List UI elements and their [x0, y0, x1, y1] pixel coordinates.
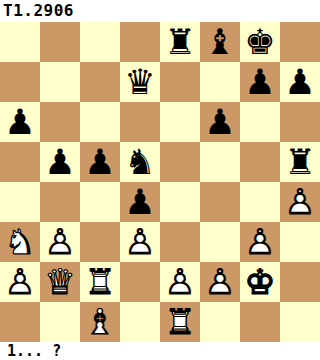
square-c1[interactable]: ♝♗ [80, 302, 120, 342]
square-e4[interactable] [160, 182, 200, 222]
square-g2[interactable]: ♚♔ [240, 262, 280, 302]
square-d7[interactable]: ♛ [120, 62, 160, 102]
square-g4[interactable] [240, 182, 280, 222]
piece-outline: ♙ [240, 222, 280, 262]
black-king-piece[interactable]: ♚ [240, 22, 280, 62]
square-f1[interactable] [200, 302, 240, 342]
square-e5[interactable] [160, 142, 200, 182]
square-a6[interactable]: ♟ [0, 102, 40, 142]
white-rook-piece[interactable]: ♜♖ [80, 262, 120, 302]
square-h1[interactable] [280, 302, 320, 342]
square-a8[interactable] [0, 22, 40, 62]
square-e6[interactable] [160, 102, 200, 142]
chess-board: ♜♝♚♛♟♟♟♟♟♟♞♜♟♟♙♞♘♟♙♟♙♟♙♟♙♛♕♜♖♟♙♟♙♚♔♝♗♜♖ [0, 22, 320, 342]
square-c5[interactable]: ♟ [80, 142, 120, 182]
black-pawn-piece[interactable]: ♟ [200, 102, 240, 142]
white-pawn-piece[interactable]: ♟♙ [240, 222, 280, 262]
puzzle-title: T1.2906 [0, 0, 320, 22]
square-f8[interactable]: ♝ [200, 22, 240, 62]
square-a3[interactable]: ♞♘ [0, 222, 40, 262]
square-d2[interactable] [120, 262, 160, 302]
square-b2[interactable]: ♛♕ [40, 262, 80, 302]
square-e8[interactable]: ♜ [160, 22, 200, 62]
square-d4[interactable]: ♟ [120, 182, 160, 222]
square-b6[interactable] [40, 102, 80, 142]
white-rook-piece[interactable]: ♜♖ [160, 302, 200, 342]
black-queen-piece[interactable]: ♛ [120, 62, 160, 102]
piece-outline: ♙ [280, 182, 320, 222]
square-d1[interactable] [120, 302, 160, 342]
square-d8[interactable] [120, 22, 160, 62]
square-a2[interactable]: ♟♙ [0, 262, 40, 302]
square-g3[interactable]: ♟♙ [240, 222, 280, 262]
black-pawn-piece[interactable]: ♟ [280, 62, 320, 102]
piece-outline: ♙ [40, 222, 80, 262]
square-b1[interactable] [40, 302, 80, 342]
square-h6[interactable] [280, 102, 320, 142]
black-pawn-piece[interactable]: ♟ [40, 142, 80, 182]
square-f6[interactable]: ♟ [200, 102, 240, 142]
black-pawn-piece[interactable]: ♟ [120, 182, 160, 222]
square-f3[interactable] [200, 222, 240, 262]
square-h3[interactable] [280, 222, 320, 262]
square-b4[interactable] [40, 182, 80, 222]
square-e1[interactable]: ♜♖ [160, 302, 200, 342]
square-f2[interactable]: ♟♙ [200, 262, 240, 302]
move-prompt: 1... ? [0, 342, 320, 360]
piece-outline: ♙ [160, 262, 200, 302]
white-king-piece[interactable]: ♚♔ [240, 262, 280, 302]
square-c3[interactable] [80, 222, 120, 262]
square-h5[interactable]: ♜ [280, 142, 320, 182]
square-g1[interactable] [240, 302, 280, 342]
black-pawn-piece[interactable]: ♟ [0, 102, 40, 142]
white-pawn-piece[interactable]: ♟♙ [40, 222, 80, 262]
black-rook-piece[interactable]: ♜ [280, 142, 320, 182]
square-b5[interactable]: ♟ [40, 142, 80, 182]
square-d3[interactable]: ♟♙ [120, 222, 160, 262]
square-g8[interactable]: ♚ [240, 22, 280, 62]
square-d6[interactable] [120, 102, 160, 142]
black-pawn-piece[interactable]: ♟ [240, 62, 280, 102]
white-pawn-piece[interactable]: ♟♙ [200, 262, 240, 302]
square-h8[interactable] [280, 22, 320, 62]
piece-outline: ♖ [80, 262, 120, 302]
piece-outline: ♗ [80, 302, 120, 342]
piece-outline: ♙ [120, 222, 160, 262]
piece-outline: ♘ [0, 222, 40, 262]
white-queen-piece[interactable]: ♛♕ [40, 262, 80, 302]
white-pawn-piece[interactable]: ♟♙ [160, 262, 200, 302]
piece-outline: ♕ [40, 262, 80, 302]
piece-outline: ♙ [200, 262, 240, 302]
square-c6[interactable] [80, 102, 120, 142]
puzzle-page: T1.2906 ♜♝♚♛♟♟♟♟♟♟♞♜♟♟♙♞♘♟♙♟♙♟♙♟♙♛♕♜♖♟♙♟… [0, 0, 320, 360]
square-g7[interactable]: ♟ [240, 62, 280, 102]
square-e3[interactable] [160, 222, 200, 262]
square-c7[interactable] [80, 62, 120, 102]
square-g5[interactable] [240, 142, 280, 182]
black-knight-piece[interactable]: ♞ [120, 142, 160, 182]
square-f7[interactable] [200, 62, 240, 102]
piece-outline: ♔ [240, 262, 280, 302]
square-b7[interactable] [40, 62, 80, 102]
black-rook-piece[interactable]: ♜ [160, 22, 200, 62]
square-a5[interactable] [0, 142, 40, 182]
square-d5[interactable]: ♞ [120, 142, 160, 182]
white-pawn-piece[interactable]: ♟♙ [280, 182, 320, 222]
square-h2[interactable] [280, 262, 320, 302]
white-pawn-piece[interactable]: ♟♙ [120, 222, 160, 262]
square-b3[interactable]: ♟♙ [40, 222, 80, 262]
white-bishop-piece[interactable]: ♝♗ [80, 302, 120, 342]
square-h7[interactable]: ♟ [280, 62, 320, 102]
square-e7[interactable] [160, 62, 200, 102]
black-pawn-piece[interactable]: ♟ [80, 142, 120, 182]
piece-outline: ♙ [0, 262, 40, 302]
square-a1[interactable] [0, 302, 40, 342]
piece-outline: ♖ [160, 302, 200, 342]
square-b8[interactable] [40, 22, 80, 62]
black-bishop-piece[interactable]: ♝ [200, 22, 240, 62]
square-a7[interactable] [0, 62, 40, 102]
square-g6[interactable] [240, 102, 280, 142]
white-pawn-piece[interactable]: ♟♙ [0, 262, 40, 302]
square-c4[interactable] [80, 182, 120, 222]
square-a4[interactable] [0, 182, 40, 222]
square-c2[interactable]: ♜♖ [80, 262, 120, 302]
square-f4[interactable] [200, 182, 240, 222]
square-c8[interactable] [80, 22, 120, 62]
square-e2[interactable]: ♟♙ [160, 262, 200, 302]
white-knight-piece[interactable]: ♞♘ [0, 222, 40, 262]
square-h4[interactable]: ♟♙ [280, 182, 320, 222]
square-f5[interactable] [200, 142, 240, 182]
